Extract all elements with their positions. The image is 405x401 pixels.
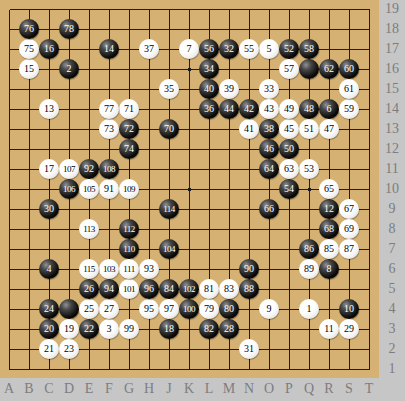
stone-O12: 46 xyxy=(259,139,279,159)
stone-H6: 93 xyxy=(139,259,159,279)
stone-R7: 85 xyxy=(319,239,339,259)
stone-E6: 115 xyxy=(79,259,99,279)
stone-R8: 68 xyxy=(319,219,339,239)
row-coordinate-strip: 19181716151413121110987654321 xyxy=(379,0,405,401)
stone-S16: 60 xyxy=(339,59,359,79)
stone-C6: 4 xyxy=(39,259,59,279)
stone-D2: 23 xyxy=(59,339,79,359)
stone-E5: 26 xyxy=(79,279,99,299)
stone-D16: 2 xyxy=(59,59,79,79)
row-label-3: 3 xyxy=(379,321,405,337)
stone-F5: 94 xyxy=(99,279,119,299)
stone-E10: 105 xyxy=(79,179,99,199)
row-label-8: 8 xyxy=(379,221,405,237)
stone-Q13: 51 xyxy=(299,119,319,139)
stone-O9: 66 xyxy=(259,199,279,219)
col-label-K: K xyxy=(179,381,199,397)
stone-M4: 80 xyxy=(219,299,239,319)
stone-F17: 14 xyxy=(99,39,119,59)
stone-R9: 12 xyxy=(319,199,339,219)
stone-N14: 42 xyxy=(239,99,259,119)
row-label-4: 4 xyxy=(379,301,405,317)
stone-S15: 61 xyxy=(339,79,359,99)
col-label-N: N xyxy=(239,381,259,397)
col-label-L: L xyxy=(199,381,219,397)
stone-H5: 96 xyxy=(139,279,159,299)
col-label-S: S xyxy=(339,381,359,397)
stone-S4: 10 xyxy=(339,299,359,319)
stone-P16: 57 xyxy=(279,59,299,79)
stone-R3: 11 xyxy=(319,319,339,339)
stone-M15: 39 xyxy=(219,79,239,99)
row-label-17: 17 xyxy=(379,41,405,57)
stone-K5: 102 xyxy=(179,279,199,299)
stone-O13: 38 xyxy=(259,119,279,139)
goban-surface[interactable]: 1234567891011121314151617181920212223242… xyxy=(0,0,379,378)
stone-K4: 100 xyxy=(179,299,199,319)
stone-F11: 108 xyxy=(99,159,119,179)
stone-P14: 49 xyxy=(279,99,299,119)
row-label-10: 10 xyxy=(379,181,405,197)
stone-N2: 31 xyxy=(239,339,259,359)
col-label-J: J xyxy=(159,381,179,397)
stone-J4: 97 xyxy=(159,299,179,319)
col-label-M: M xyxy=(219,381,239,397)
stone-N5: 88 xyxy=(239,279,259,299)
stone-L5: 81 xyxy=(199,279,219,299)
col-label-Q: Q xyxy=(299,381,319,397)
row-label-6: 6 xyxy=(379,261,405,277)
stone-P13: 45 xyxy=(279,119,299,139)
star-point xyxy=(188,68,192,72)
stone-Q14: 48 xyxy=(299,99,319,119)
stone-L3: 82 xyxy=(199,319,219,339)
stone-J9: 114 xyxy=(159,199,179,219)
row-label-18: 18 xyxy=(379,21,405,37)
row-label-19: 19 xyxy=(379,1,405,17)
stone-D11: 107 xyxy=(59,159,79,179)
star-point xyxy=(188,188,192,192)
stone-J5: 84 xyxy=(159,279,179,299)
stone-R13: 47 xyxy=(319,119,339,139)
stone-E11: 92 xyxy=(79,159,99,179)
row-label-15: 15 xyxy=(379,81,405,97)
stone-Q17: 58 xyxy=(299,39,319,59)
row-label-1: 1 xyxy=(379,361,405,377)
stone-G8: 112 xyxy=(119,219,139,239)
stone-F13: 73 xyxy=(99,119,119,139)
stone-Q4: 1 xyxy=(299,299,319,319)
stone-E4: 25 xyxy=(79,299,99,319)
stone-G14: 71 xyxy=(119,99,139,119)
stone-G13: 72 xyxy=(119,119,139,139)
stone-L17: 56 xyxy=(199,39,219,59)
stone-Q16 xyxy=(299,59,319,79)
stone-F4: 27 xyxy=(99,299,119,319)
stone-Q7: 86 xyxy=(299,239,319,259)
stone-C11: 17 xyxy=(39,159,59,179)
stone-M14: 44 xyxy=(219,99,239,119)
stone-K17: 7 xyxy=(179,39,199,59)
stone-F6: 103 xyxy=(99,259,119,279)
stone-R6: 8 xyxy=(319,259,339,279)
stone-J15: 35 xyxy=(159,79,179,99)
row-label-9: 9 xyxy=(379,201,405,217)
star-point xyxy=(308,188,312,192)
stone-R10: 65 xyxy=(319,179,339,199)
stone-O11: 64 xyxy=(259,159,279,179)
stone-L15: 40 xyxy=(199,79,219,99)
stone-N13: 41 xyxy=(239,119,259,139)
stone-D4 xyxy=(59,299,79,319)
col-label-T: T xyxy=(359,381,379,397)
stone-H17: 37 xyxy=(139,39,159,59)
stone-G3: 99 xyxy=(119,319,139,339)
stone-P11: 63 xyxy=(279,159,299,179)
stone-D10: 106 xyxy=(59,179,79,199)
col-label-G: G xyxy=(119,381,139,397)
stone-G10: 109 xyxy=(119,179,139,199)
col-label-F: F xyxy=(99,381,119,397)
row-label-13: 13 xyxy=(379,121,405,137)
col-label-D: D xyxy=(59,381,79,397)
stone-J3: 18 xyxy=(159,319,179,339)
stone-B16: 15 xyxy=(19,59,39,79)
stone-L4: 79 xyxy=(199,299,219,319)
col-label-C: C xyxy=(39,381,59,397)
stone-C4: 24 xyxy=(39,299,59,319)
col-label-O: O xyxy=(259,381,279,397)
stone-M17: 32 xyxy=(219,39,239,59)
stone-D3: 19 xyxy=(59,319,79,339)
col-label-A: A xyxy=(0,381,19,397)
row-label-5: 5 xyxy=(379,281,405,297)
stone-R16: 62 xyxy=(319,59,339,79)
stone-N6: 90 xyxy=(239,259,259,279)
stone-C14: 13 xyxy=(39,99,59,119)
row-label-11: 11 xyxy=(379,161,405,177)
stone-F14: 77 xyxy=(99,99,119,119)
stone-G6: 111 xyxy=(119,259,139,279)
col-label-H: H xyxy=(139,381,159,397)
stone-C3: 20 xyxy=(39,319,59,339)
stone-S14: 59 xyxy=(339,99,359,119)
stone-D18: 78 xyxy=(59,19,79,39)
stone-B17: 75 xyxy=(19,39,39,59)
stone-S3: 29 xyxy=(339,319,359,339)
row-label-12: 12 xyxy=(379,141,405,157)
col-label-E: E xyxy=(79,381,99,397)
stone-E3: 22 xyxy=(79,319,99,339)
stone-L16: 34 xyxy=(199,59,219,79)
col-label-P: P xyxy=(279,381,299,397)
stone-S8: 69 xyxy=(339,219,359,239)
stone-P10: 54 xyxy=(279,179,299,199)
stone-S7: 87 xyxy=(339,239,359,259)
stone-O15: 33 xyxy=(259,79,279,99)
stone-R14: 6 xyxy=(319,99,339,119)
row-label-16: 16 xyxy=(379,61,405,77)
stone-O17: 5 xyxy=(259,39,279,59)
stone-P17: 52 xyxy=(279,39,299,59)
row-label-7: 7 xyxy=(379,241,405,257)
stone-N17: 55 xyxy=(239,39,259,59)
stone-Q11: 53 xyxy=(299,159,319,179)
stone-C17: 16 xyxy=(39,39,59,59)
column-coordinate-strip: ABCDEFGHJKLMNOPQRST xyxy=(0,378,379,401)
stone-S9: 67 xyxy=(339,199,359,219)
col-label-B: B xyxy=(19,381,39,397)
stone-J13: 70 xyxy=(159,119,179,139)
stone-H4: 95 xyxy=(139,299,159,319)
stone-L14: 36 xyxy=(199,99,219,119)
stone-F3: 3 xyxy=(99,319,119,339)
stone-J7: 104 xyxy=(159,239,179,259)
stone-G12: 74 xyxy=(119,139,139,159)
stone-B18: 76 xyxy=(19,19,39,39)
row-label-2: 2 xyxy=(379,341,405,357)
stone-G7: 110 xyxy=(119,239,139,259)
stone-E8: 113 xyxy=(79,219,99,239)
row-label-14: 14 xyxy=(379,101,405,117)
stone-O4: 9 xyxy=(259,299,279,319)
stone-M5: 83 xyxy=(219,279,239,299)
col-label-R: R xyxy=(319,381,339,397)
stone-C9: 30 xyxy=(39,199,59,219)
stone-G5: 101 xyxy=(119,279,139,299)
stone-F10: 91 xyxy=(99,179,119,199)
stone-C2: 21 xyxy=(39,339,59,359)
stone-Q6: 89 xyxy=(299,259,319,279)
stone-P12: 50 xyxy=(279,139,299,159)
go-kifu-diagram: 1234567891011121314151617181920212223242… xyxy=(0,0,405,401)
stone-M3: 28 xyxy=(219,319,239,339)
stone-O14: 43 xyxy=(259,99,279,119)
